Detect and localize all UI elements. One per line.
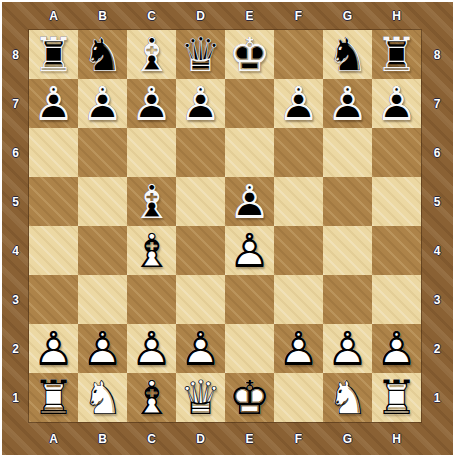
piece-glyph-outline: ♙ bbox=[176, 79, 225, 128]
square-b3[interactable] bbox=[78, 275, 127, 324]
black-bishop[interactable]: ♝♗ bbox=[127, 30, 176, 79]
piece-glyph-outline: ♗ bbox=[127, 177, 176, 226]
rank-label: 6 bbox=[421, 128, 453, 177]
rank-label: 7 bbox=[2, 79, 29, 128]
square-e5[interactable]: ♟♙ bbox=[225, 177, 274, 226]
rank-label: 8 bbox=[421, 30, 453, 79]
square-f8[interactable] bbox=[274, 30, 323, 79]
black-pawn[interactable]: ♟♙ bbox=[29, 79, 78, 128]
square-a1[interactable]: ♜♖ bbox=[29, 373, 78, 422]
white-pawn[interactable]: ♟♙ bbox=[78, 324, 127, 373]
piece-glyph-outline: ♙ bbox=[372, 79, 421, 128]
square-d3[interactable] bbox=[176, 275, 225, 324]
board-wooden-frame: ABCDEFGH ABCDEFGH 87654321 87654321 ♜♖♞♘… bbox=[2, 2, 453, 455]
square-a6[interactable] bbox=[29, 128, 78, 177]
square-h3[interactable] bbox=[372, 275, 421, 324]
square-g5[interactable] bbox=[323, 177, 372, 226]
white-queen[interactable]: ♛♕ bbox=[176, 373, 225, 422]
rank-label: 3 bbox=[421, 275, 453, 324]
white-pawn[interactable]: ♟♙ bbox=[323, 324, 372, 373]
piece-glyph-outline: ♙ bbox=[127, 79, 176, 128]
white-pawn[interactable]: ♟♙ bbox=[127, 324, 176, 373]
square-a3[interactable] bbox=[29, 275, 78, 324]
square-a4[interactable] bbox=[29, 226, 78, 275]
square-a7[interactable]: ♟♙ bbox=[29, 79, 78, 128]
square-e6[interactable] bbox=[225, 128, 274, 177]
white-knight[interactable]: ♞♘ bbox=[78, 373, 127, 422]
square-g2[interactable]: ♟♙ bbox=[323, 324, 372, 373]
file-label: B bbox=[78, 422, 127, 455]
rank-label: 6 bbox=[2, 128, 29, 177]
white-pawn[interactable]: ♟♙ bbox=[372, 324, 421, 373]
rank-label: 2 bbox=[421, 324, 453, 373]
piece-glyph-outline: ♙ bbox=[127, 324, 176, 373]
file-label: H bbox=[372, 2, 421, 30]
rank-label: 8 bbox=[2, 30, 29, 79]
rank-label: 7 bbox=[421, 79, 453, 128]
square-h4[interactable] bbox=[372, 226, 421, 275]
square-h6[interactable] bbox=[372, 128, 421, 177]
white-king[interactable]: ♚♔ bbox=[225, 373, 274, 422]
rank-labels-left: 87654321 bbox=[2, 30, 29, 422]
black-pawn[interactable]: ♟♙ bbox=[225, 177, 274, 226]
square-d4[interactable] bbox=[176, 226, 225, 275]
black-pawn[interactable]: ♟♙ bbox=[323, 79, 372, 128]
file-label: F bbox=[274, 422, 323, 455]
black-rook[interactable]: ♜♖ bbox=[29, 30, 78, 79]
file-label: G bbox=[323, 2, 372, 30]
square-f2[interactable]: ♟♙ bbox=[274, 324, 323, 373]
square-g6[interactable] bbox=[323, 128, 372, 177]
piece-glyph-outline: ♖ bbox=[372, 373, 421, 422]
square-a8[interactable]: ♜♖ bbox=[29, 30, 78, 79]
black-queen[interactable]: ♛♕ bbox=[176, 30, 225, 79]
square-e3[interactable] bbox=[225, 275, 274, 324]
piece-glyph-outline: ♙ bbox=[78, 79, 127, 128]
square-f3[interactable] bbox=[274, 275, 323, 324]
square-d7[interactable]: ♟♙ bbox=[176, 79, 225, 128]
piece-glyph-outline: ♙ bbox=[78, 324, 127, 373]
file-label: F bbox=[274, 2, 323, 30]
piece-glyph-outline: ♘ bbox=[323, 373, 372, 422]
file-label: C bbox=[127, 2, 176, 30]
piece-glyph-outline: ♕ bbox=[176, 30, 225, 79]
piece-glyph-outline: ♙ bbox=[29, 324, 78, 373]
square-c4[interactable]: ♝♗ bbox=[127, 226, 176, 275]
square-g3[interactable] bbox=[323, 275, 372, 324]
square-b2[interactable]: ♟♙ bbox=[78, 324, 127, 373]
file-labels-top: ABCDEFGH bbox=[29, 2, 421, 30]
square-b1[interactable]: ♞♘ bbox=[78, 373, 127, 422]
rank-label: 5 bbox=[421, 177, 453, 226]
piece-glyph-outline: ♙ bbox=[323, 79, 372, 128]
piece-glyph-outline: ♘ bbox=[78, 373, 127, 422]
file-label: E bbox=[225, 422, 274, 455]
square-d6[interactable] bbox=[176, 128, 225, 177]
white-pawn[interactable]: ♟♙ bbox=[225, 226, 274, 275]
square-c2[interactable]: ♟♙ bbox=[127, 324, 176, 373]
square-c7[interactable]: ♟♙ bbox=[127, 79, 176, 128]
square-d2[interactable]: ♟♙ bbox=[176, 324, 225, 373]
square-d1[interactable]: ♛♕ bbox=[176, 373, 225, 422]
file-label: A bbox=[29, 2, 78, 30]
black-bishop[interactable]: ♝♗ bbox=[127, 177, 176, 226]
file-label: B bbox=[78, 2, 127, 30]
black-pawn[interactable]: ♟♙ bbox=[176, 79, 225, 128]
piece-glyph-outline: ♙ bbox=[29, 79, 78, 128]
square-d8[interactable]: ♛♕ bbox=[176, 30, 225, 79]
white-bishop[interactable]: ♝♗ bbox=[127, 373, 176, 422]
square-g1[interactable]: ♞♘ bbox=[323, 373, 372, 422]
square-f7[interactable]: ♟♙ bbox=[274, 79, 323, 128]
square-e2[interactable] bbox=[225, 324, 274, 373]
black-knight[interactable]: ♞♘ bbox=[323, 30, 372, 79]
square-f5[interactable] bbox=[274, 177, 323, 226]
square-h7[interactable]: ♟♙ bbox=[372, 79, 421, 128]
square-g8[interactable]: ♞♘ bbox=[323, 30, 372, 79]
square-d5[interactable] bbox=[176, 177, 225, 226]
white-rook[interactable]: ♜♖ bbox=[372, 373, 421, 422]
white-pawn[interactable]: ♟♙ bbox=[29, 324, 78, 373]
piece-glyph-outline: ♗ bbox=[127, 373, 176, 422]
black-rook[interactable]: ♜♖ bbox=[372, 30, 421, 79]
square-a2[interactable]: ♟♙ bbox=[29, 324, 78, 373]
square-e7[interactable] bbox=[225, 79, 274, 128]
piece-glyph-outline: ♙ bbox=[176, 324, 225, 373]
piece-glyph-outline: ♙ bbox=[225, 226, 274, 275]
square-b6[interactable] bbox=[78, 128, 127, 177]
square-h8[interactable]: ♜♖ bbox=[372, 30, 421, 79]
piece-glyph-outline: ♖ bbox=[29, 373, 78, 422]
piece-glyph-outline: ♙ bbox=[372, 324, 421, 373]
square-g4[interactable] bbox=[323, 226, 372, 275]
square-e1[interactable]: ♚♔ bbox=[225, 373, 274, 422]
square-c6[interactable] bbox=[127, 128, 176, 177]
square-h1[interactable]: ♜♖ bbox=[372, 373, 421, 422]
square-c3[interactable] bbox=[127, 275, 176, 324]
rank-label: 3 bbox=[2, 275, 29, 324]
square-e8[interactable]: ♚♔ bbox=[225, 30, 274, 79]
square-e4[interactable]: ♟♙ bbox=[225, 226, 274, 275]
piece-glyph-outline: ♖ bbox=[29, 30, 78, 79]
square-f6[interactable] bbox=[274, 128, 323, 177]
white-knight[interactable]: ♞♘ bbox=[323, 373, 372, 422]
square-b7[interactable]: ♟♙ bbox=[78, 79, 127, 128]
black-pawn[interactable]: ♟♙ bbox=[127, 79, 176, 128]
piece-glyph-outline: ♗ bbox=[127, 226, 176, 275]
square-b5[interactable] bbox=[78, 177, 127, 226]
rank-label: 1 bbox=[2, 373, 29, 422]
file-labels-bottom: ABCDEFGH bbox=[29, 422, 421, 455]
rank-label: 1 bbox=[421, 373, 453, 422]
rank-label: 2 bbox=[2, 324, 29, 373]
file-label: A bbox=[29, 422, 78, 455]
piece-glyph-outline: ♔ bbox=[225, 373, 274, 422]
square-c1[interactable]: ♝♗ bbox=[127, 373, 176, 422]
white-pawn[interactable]: ♟♙ bbox=[176, 324, 225, 373]
black-pawn[interactable]: ♟♙ bbox=[274, 79, 323, 128]
piece-glyph-outline: ♙ bbox=[274, 324, 323, 373]
square-g7[interactable]: ♟♙ bbox=[323, 79, 372, 128]
chess-board: ♜♖♞♘♝♗♛♕♚♔♞♘♜♖♟♙♟♙♟♙♟♙♟♙♟♙♟♙♝♗♟♙♝♗♟♙♟♙♟♙… bbox=[29, 30, 421, 422]
black-pawn[interactable]: ♟♙ bbox=[372, 79, 421, 128]
square-b4[interactable] bbox=[78, 226, 127, 275]
black-pawn[interactable]: ♟♙ bbox=[78, 79, 127, 128]
piece-glyph-outline: ♘ bbox=[323, 30, 372, 79]
white-rook[interactable]: ♜♖ bbox=[29, 373, 78, 422]
square-c8[interactable]: ♝♗ bbox=[127, 30, 176, 79]
square-f1[interactable] bbox=[274, 373, 323, 422]
piece-glyph-outline: ♖ bbox=[372, 30, 421, 79]
square-b8[interactable]: ♞♘ bbox=[78, 30, 127, 79]
black-king[interactable]: ♚♔ bbox=[225, 30, 274, 79]
white-bishop[interactable]: ♝♗ bbox=[127, 226, 176, 275]
rank-labels-right: 87654321 bbox=[421, 30, 453, 422]
piece-glyph-outline: ♘ bbox=[78, 30, 127, 79]
piece-glyph-outline: ♙ bbox=[274, 79, 323, 128]
black-knight[interactable]: ♞♘ bbox=[78, 30, 127, 79]
square-h5[interactable] bbox=[372, 177, 421, 226]
file-label: G bbox=[323, 422, 372, 455]
piece-glyph-outline: ♙ bbox=[225, 177, 274, 226]
rank-label: 4 bbox=[421, 226, 453, 275]
square-a5[interactable] bbox=[29, 177, 78, 226]
white-pawn[interactable]: ♟♙ bbox=[274, 324, 323, 373]
piece-glyph-outline: ♔ bbox=[225, 30, 274, 79]
square-f4[interactable] bbox=[274, 226, 323, 275]
piece-glyph-outline: ♕ bbox=[176, 373, 225, 422]
square-h2[interactable]: ♟♙ bbox=[372, 324, 421, 373]
rank-label: 4 bbox=[2, 226, 29, 275]
chess-app: ABCDEFGH ABCDEFGH 87654321 87654321 ♜♖♞♘… bbox=[0, 0, 455, 457]
file-label: H bbox=[372, 422, 421, 455]
rank-label: 5 bbox=[2, 177, 29, 226]
square-c5[interactable]: ♝♗ bbox=[127, 177, 176, 226]
file-label: D bbox=[176, 2, 225, 30]
piece-glyph-outline: ♙ bbox=[323, 324, 372, 373]
file-label: E bbox=[225, 2, 274, 30]
piece-glyph-outline: ♗ bbox=[127, 30, 176, 79]
file-label: D bbox=[176, 422, 225, 455]
file-label: C bbox=[127, 422, 176, 455]
